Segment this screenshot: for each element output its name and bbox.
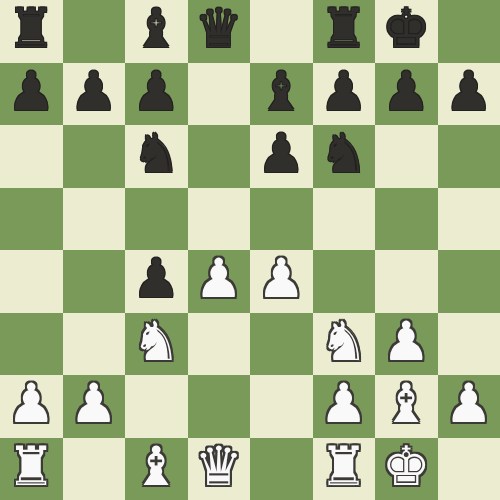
- square-b2[interactable]: ♟: [63, 375, 126, 438]
- piece-black-queen[interactable]: ♛: [195, 0, 243, 61]
- square-h3[interactable]: [438, 313, 500, 376]
- piece-black-pawn[interactable]: ♟: [132, 61, 180, 124]
- square-e3[interactable]: [250, 313, 313, 376]
- piece-white-pawn[interactable]: ♟: [257, 248, 305, 311]
- square-d4[interactable]: ♟: [188, 250, 251, 313]
- piece-white-knight[interactable]: ♞: [132, 311, 180, 374]
- piece-white-pawn[interactable]: ♟: [445, 373, 493, 436]
- square-h8[interactable]: [438, 0, 500, 63]
- square-a1[interactable]: ♜: [0, 438, 63, 500]
- square-g2[interactable]: ♝: [375, 375, 438, 438]
- square-b8[interactable]: [63, 0, 126, 63]
- square-d5[interactable]: [188, 188, 251, 251]
- piece-white-pawn[interactable]: ♟: [320, 373, 368, 436]
- square-f2[interactable]: ♟: [313, 375, 376, 438]
- square-a7[interactable]: ♟: [0, 63, 63, 126]
- square-c8[interactable]: ♝: [125, 0, 188, 63]
- square-b3[interactable]: [63, 313, 126, 376]
- piece-white-queen[interactable]: ♛: [195, 436, 243, 499]
- square-f5[interactable]: [313, 188, 376, 251]
- piece-white-rook[interactable]: ♜: [7, 436, 55, 499]
- piece-black-knight[interactable]: ♞: [320, 123, 368, 186]
- square-g7[interactable]: ♟: [375, 63, 438, 126]
- square-f4[interactable]: [313, 250, 376, 313]
- square-f7[interactable]: ♟: [313, 63, 376, 126]
- square-g8[interactable]: ♚: [375, 0, 438, 63]
- square-d2[interactable]: [188, 375, 251, 438]
- square-e8[interactable]: [250, 0, 313, 63]
- piece-black-knight[interactable]: ♞: [132, 123, 180, 186]
- square-c2[interactable]: [125, 375, 188, 438]
- square-f6[interactable]: ♞: [313, 125, 376, 188]
- chess-board: ♜♝♛♜♚♟♟♟♝♟♟♟♞♟♞♟♟♟♞♞♟♟♟♟♝♟♜♝♛♜♚: [0, 0, 500, 500]
- square-g4[interactable]: [375, 250, 438, 313]
- square-a2[interactable]: ♟: [0, 375, 63, 438]
- square-e6[interactable]: ♟: [250, 125, 313, 188]
- square-h6[interactable]: [438, 125, 500, 188]
- square-e1[interactable]: [250, 438, 313, 500]
- square-c4[interactable]: ♟: [125, 250, 188, 313]
- square-b1[interactable]: [63, 438, 126, 500]
- piece-black-bishop[interactable]: ♝: [132, 0, 180, 61]
- square-e4[interactable]: ♟: [250, 250, 313, 313]
- piece-white-pawn[interactable]: ♟: [195, 248, 243, 311]
- piece-white-pawn[interactable]: ♟: [70, 373, 118, 436]
- piece-white-pawn[interactable]: ♟: [7, 373, 55, 436]
- square-f3[interactable]: ♞: [313, 313, 376, 376]
- square-d7[interactable]: [188, 63, 251, 126]
- square-h2[interactable]: ♟: [438, 375, 500, 438]
- square-g1[interactable]: ♚: [375, 438, 438, 500]
- piece-white-bishop[interactable]: ♝: [382, 373, 430, 436]
- piece-black-pawn[interactable]: ♟: [7, 61, 55, 124]
- square-c5[interactable]: [125, 188, 188, 251]
- square-d6[interactable]: [188, 125, 251, 188]
- piece-black-rook[interactable]: ♜: [320, 0, 368, 61]
- piece-black-rook[interactable]: ♜: [7, 0, 55, 61]
- square-c3[interactable]: ♞: [125, 313, 188, 376]
- piece-white-rook[interactable]: ♜: [320, 436, 368, 499]
- piece-black-pawn[interactable]: ♟: [257, 123, 305, 186]
- square-e5[interactable]: [250, 188, 313, 251]
- square-a3[interactable]: [0, 313, 63, 376]
- square-b7[interactable]: ♟: [63, 63, 126, 126]
- square-d1[interactable]: ♛: [188, 438, 251, 500]
- square-a6[interactable]: [0, 125, 63, 188]
- piece-white-pawn[interactable]: ♟: [382, 311, 430, 374]
- piece-black-bishop[interactable]: ♝: [257, 61, 305, 124]
- square-g6[interactable]: [375, 125, 438, 188]
- square-b6[interactable]: [63, 125, 126, 188]
- square-h1[interactable]: [438, 438, 500, 500]
- piece-black-king[interactable]: ♚: [382, 0, 430, 61]
- square-g5[interactable]: [375, 188, 438, 251]
- piece-white-bishop[interactable]: ♝: [132, 436, 180, 499]
- piece-white-king[interactable]: ♚: [382, 436, 430, 499]
- square-d3[interactable]: [188, 313, 251, 376]
- square-c6[interactable]: ♞: [125, 125, 188, 188]
- square-b4[interactable]: [63, 250, 126, 313]
- piece-black-pawn[interactable]: ♟: [382, 61, 430, 124]
- square-e7[interactable]: ♝: [250, 63, 313, 126]
- square-d8[interactable]: ♛: [188, 0, 251, 63]
- square-h4[interactable]: [438, 250, 500, 313]
- piece-white-knight[interactable]: ♞: [320, 311, 368, 374]
- square-a4[interactable]: [0, 250, 63, 313]
- square-c1[interactable]: ♝: [125, 438, 188, 500]
- square-f1[interactable]: ♜: [313, 438, 376, 500]
- square-h5[interactable]: [438, 188, 500, 251]
- square-e2[interactable]: [250, 375, 313, 438]
- piece-black-pawn[interactable]: ♟: [70, 61, 118, 124]
- piece-black-pawn[interactable]: ♟: [132, 248, 180, 311]
- piece-black-pawn[interactable]: ♟: [320, 61, 368, 124]
- square-f8[interactable]: ♜: [313, 0, 376, 63]
- square-g3[interactable]: ♟: [375, 313, 438, 376]
- square-b5[interactable]: [63, 188, 126, 251]
- square-a8[interactable]: ♜: [0, 0, 63, 63]
- piece-black-pawn[interactable]: ♟: [445, 61, 493, 124]
- square-a5[interactable]: [0, 188, 63, 251]
- square-h7[interactable]: ♟: [438, 63, 500, 126]
- square-c7[interactable]: ♟: [125, 63, 188, 126]
